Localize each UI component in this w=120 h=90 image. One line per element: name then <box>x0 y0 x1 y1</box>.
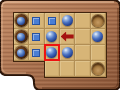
arrow-left-icon <box>61 32 74 42</box>
target-square <box>32 17 40 25</box>
cell-r2-c4[interactable] <box>60 29 75 45</box>
blue-marble[interactable] <box>62 15 73 26</box>
marble-in-hole <box>15 46 28 59</box>
sunken-marble <box>17 49 25 57</box>
blue-marble[interactable] <box>46 31 57 42</box>
cell-r1-c2[interactable] <box>29 13 44 29</box>
empty-hole <box>92 15 104 27</box>
blue-marble[interactable] <box>92 31 103 42</box>
cell-r1-c4[interactable] <box>60 13 75 29</box>
cell-r1-c3[interactable] <box>45 13 60 29</box>
cell-r3-c2[interactable] <box>29 45 44 61</box>
blue-marble[interactable] <box>62 47 73 58</box>
sunken-marble <box>17 17 25 25</box>
target-square <box>32 49 40 57</box>
cell-r4-c1 <box>14 61 29 77</box>
cell-r4-c5[interactable] <box>75 61 90 77</box>
cell-r3-c1[interactable] <box>14 45 29 61</box>
target-square <box>48 17 56 25</box>
cell-r4-c3[interactable] <box>45 61 60 77</box>
cell-r4-c4[interactable] <box>60 61 75 77</box>
cell-r3-c4[interactable] <box>60 45 75 61</box>
marble-in-hole <box>15 14 28 27</box>
cell-r4-c6[interactable] <box>91 61 106 77</box>
sunken-marble <box>17 33 25 41</box>
marble-in-hole <box>15 30 28 43</box>
cell-r1-c6[interactable] <box>91 13 106 29</box>
target-square <box>32 33 40 41</box>
cell-r4-c2 <box>29 61 44 77</box>
cell-r3-c6[interactable] <box>91 45 106 61</box>
cell-r2-c6[interactable] <box>91 29 106 45</box>
board-grid <box>14 13 106 77</box>
cell-r2-c3[interactable] <box>45 29 60 45</box>
game-window <box>0 0 120 90</box>
cell-r1-c5[interactable] <box>75 13 90 29</box>
cell-r2-c2[interactable] <box>29 29 44 45</box>
empty-hole <box>92 63 104 75</box>
selection-cursor <box>44 44 60 61</box>
cell-r3-c5[interactable] <box>75 45 90 61</box>
cell-r3-c3[interactable] <box>45 45 60 61</box>
cell-r2-c1[interactable] <box>14 29 29 45</box>
cell-r1-c1[interactable] <box>14 13 29 29</box>
cell-r2-c5[interactable] <box>75 29 90 45</box>
